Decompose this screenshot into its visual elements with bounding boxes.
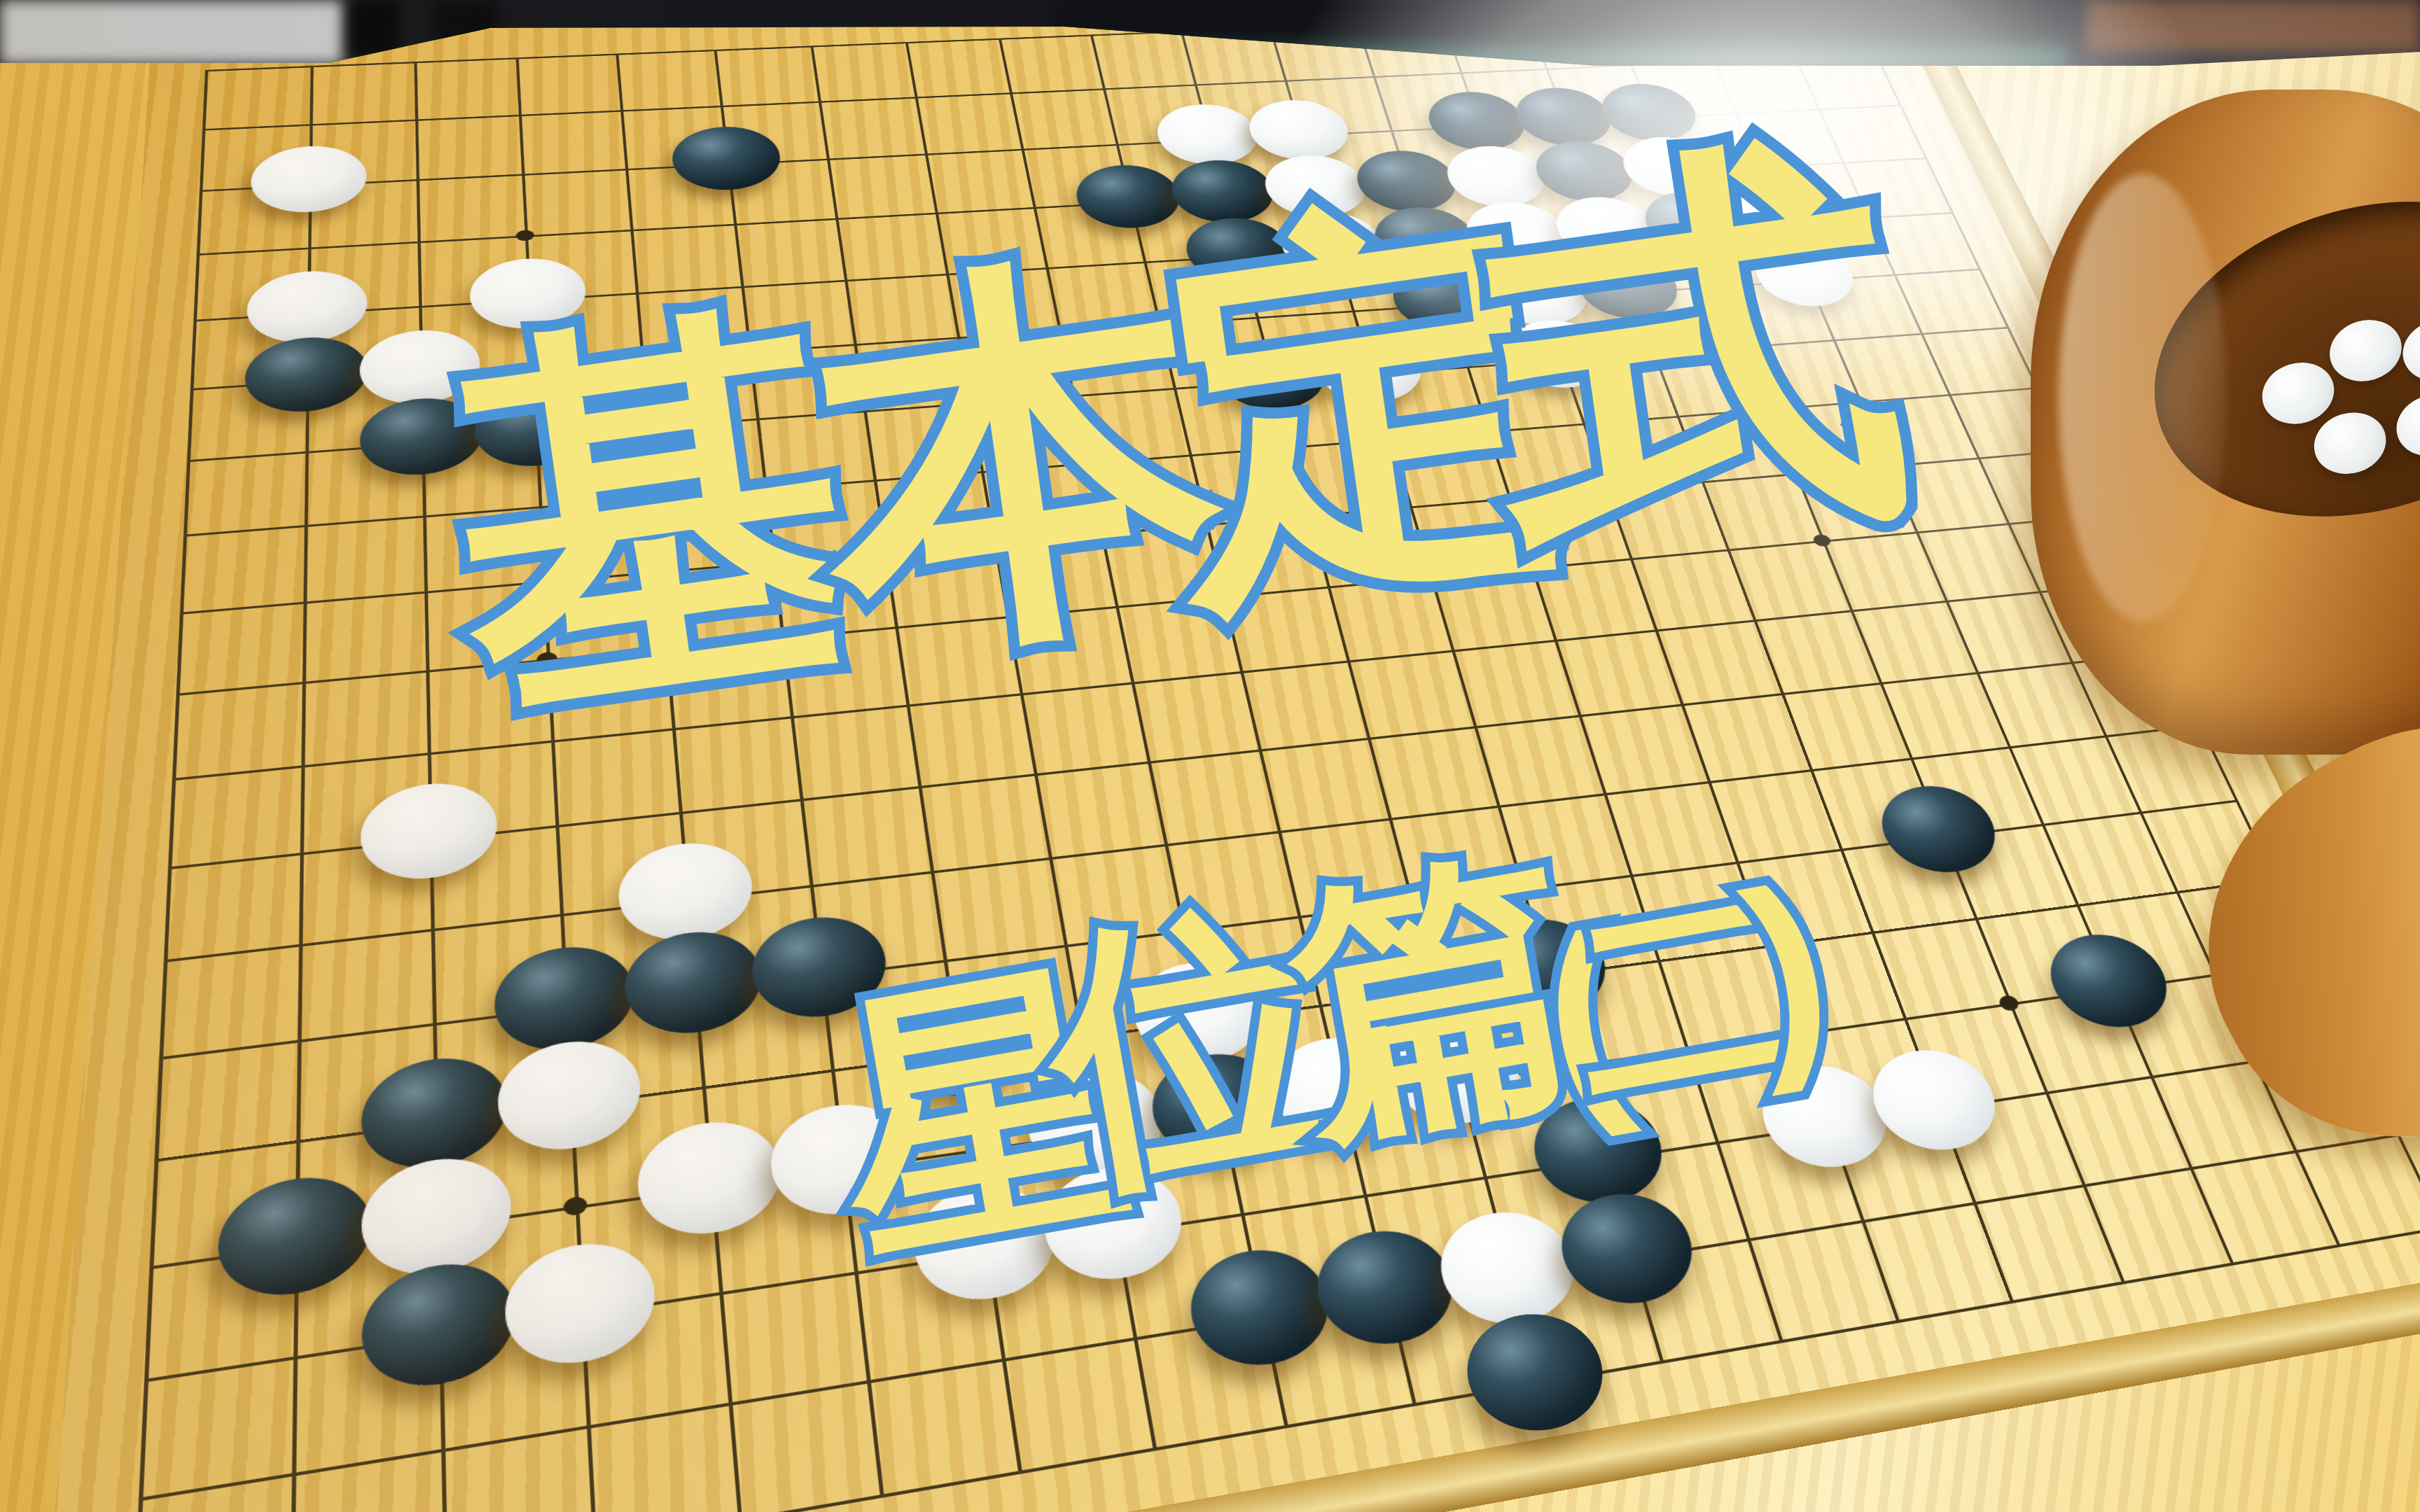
bowl-white-stone <box>2388 386 2420 465</box>
stone-bowl <box>2031 90 2420 755</box>
background-chair-bar-icon <box>350 0 399 56</box>
background-brown-blur <box>2087 0 2420 52</box>
go-photo-scene: 基基本本定定式式 星星位位篇篇((二二)) <box>0 0 2420 1512</box>
bowl-gloss-highlight <box>2059 174 2227 622</box>
background-light-patch <box>0 0 343 64</box>
bowl-white-stone <box>2322 311 2409 391</box>
